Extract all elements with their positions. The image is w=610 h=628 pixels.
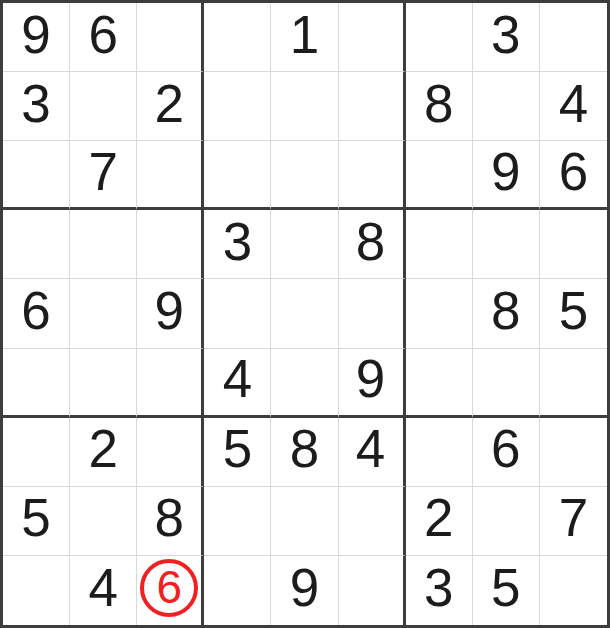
given-digit: 6 [88, 8, 117, 61]
given-digit: 5 [223, 422, 252, 475]
cell-r3c6[interactable] [339, 141, 406, 210]
given-digit: 1 [290, 8, 319, 61]
cell-r1c3[interactable] [137, 3, 204, 72]
given-digit: 9 [21, 8, 50, 61]
cell-r3c1[interactable] [3, 141, 70, 210]
given-digit: 5 [559, 284, 588, 337]
cell-r8c3[interactable]: 8 [137, 487, 204, 556]
given-digit: 3 [424, 561, 453, 614]
cell-r3c5[interactable] [271, 141, 338, 210]
cell-r1c4[interactable] [204, 3, 271, 72]
given-digit: 2 [424, 491, 453, 544]
cell-r8c5[interactable] [271, 487, 338, 556]
cell-r6c1[interactable] [3, 349, 70, 418]
given-digit: 9 [290, 561, 319, 614]
cell-r9c6[interactable] [339, 556, 406, 625]
cell-r8c8[interactable] [473, 487, 540, 556]
highlighted-digit: 6 [156, 564, 182, 610]
cell-r6c8[interactable] [473, 349, 540, 418]
cell-r5c5[interactable] [271, 279, 338, 348]
cell-r9c5[interactable]: 9 [271, 556, 338, 625]
cell-r9c1[interactable] [3, 556, 70, 625]
cell-r5c9[interactable]: 5 [540, 279, 607, 348]
given-digit: 6 [559, 145, 588, 198]
cell-r2c5[interactable] [271, 72, 338, 141]
cell-r5c3[interactable]: 9 [137, 279, 204, 348]
cell-r4c2[interactable] [70, 210, 137, 279]
cell-r1c2[interactable]: 6 [70, 3, 137, 72]
given-digit: 7 [88, 145, 117, 198]
cell-r8c7[interactable]: 2 [406, 487, 473, 556]
given-digit: 2 [88, 422, 117, 475]
cell-r1c5[interactable]: 1 [271, 3, 338, 72]
cell-r3c3[interactable] [137, 141, 204, 210]
cell-r6c3[interactable] [137, 349, 204, 418]
given-digit: 8 [155, 491, 184, 544]
cell-r5c1[interactable]: 6 [3, 279, 70, 348]
cell-r5c7[interactable] [406, 279, 473, 348]
cell-r6c2[interactable] [70, 349, 137, 418]
cell-r1c6[interactable] [339, 3, 406, 72]
cell-r3c2[interactable]: 7 [70, 141, 137, 210]
given-digit: 3 [491, 8, 520, 61]
cell-r8c4[interactable] [204, 487, 271, 556]
given-digit: 4 [88, 561, 117, 614]
cell-r3c7[interactable] [406, 141, 473, 210]
cell-r6c5[interactable] [271, 349, 338, 418]
cell-r7c8[interactable]: 6 [473, 418, 540, 487]
cell-r1c1[interactable]: 9 [3, 3, 70, 72]
given-digit: 9 [491, 145, 520, 198]
cell-r3c4[interactable] [204, 141, 271, 210]
given-digit: 2 [155, 77, 184, 130]
given-digit: 8 [356, 215, 385, 268]
cell-r7c1[interactable] [3, 418, 70, 487]
cell-r3c9[interactable]: 6 [540, 141, 607, 210]
given-digit: 9 [356, 352, 385, 405]
cell-r7c2[interactable]: 2 [70, 418, 137, 487]
cell-r8c2[interactable] [70, 487, 137, 556]
cell-r6c9[interactable] [540, 349, 607, 418]
cell-r2c7[interactable]: 8 [406, 72, 473, 141]
given-digit: 6 [491, 422, 520, 475]
cell-r6c4[interactable]: 4 [204, 349, 271, 418]
cell-r4c7[interactable] [406, 210, 473, 279]
given-digit: 4 [223, 352, 252, 405]
cell-r1c7[interactable] [406, 3, 473, 72]
highlight-circle: 6 [140, 559, 198, 617]
cell-r2c1[interactable]: 3 [3, 72, 70, 141]
cell-r7c4[interactable]: 5 [204, 418, 271, 487]
cell-r8c6[interactable] [339, 487, 406, 556]
cell-r9c3[interactable]: 6 [137, 556, 204, 625]
given-digit: 4 [356, 422, 385, 475]
cell-r4c6[interactable]: 8 [339, 210, 406, 279]
cell-r7c5[interactable]: 8 [271, 418, 338, 487]
cell-r6c7[interactable] [406, 349, 473, 418]
cell-r6c6[interactable]: 9 [339, 349, 406, 418]
cell-r1c8[interactable]: 3 [473, 3, 540, 72]
cell-r9c8[interactable]: 5 [473, 556, 540, 625]
cell-r2c3[interactable]: 2 [137, 72, 204, 141]
given-digit: 4 [559, 77, 588, 130]
given-digit: 8 [491, 284, 520, 337]
cell-r9c7[interactable]: 3 [406, 556, 473, 625]
cell-r7c6[interactable]: 4 [339, 418, 406, 487]
cell-r9c2[interactable]: 4 [70, 556, 137, 625]
cell-r9c9[interactable] [540, 556, 607, 625]
cell-r1c9[interactable] [540, 3, 607, 72]
cell-r4c9[interactable] [540, 210, 607, 279]
given-digit: 8 [290, 422, 319, 475]
cell-r2c2[interactable] [70, 72, 137, 141]
given-digit: 5 [21, 491, 50, 544]
given-digit: 6 [21, 284, 50, 337]
cell-r2c8[interactable] [473, 72, 540, 141]
cell-r4c4[interactable]: 3 [204, 210, 271, 279]
cell-r9c4[interactable] [204, 556, 271, 625]
sudoku-board: 961332847963869854925846582746935 [0, 0, 610, 628]
cell-r4c5[interactable] [271, 210, 338, 279]
cell-r2c6[interactable] [339, 72, 406, 141]
cell-r4c1[interactable] [3, 210, 70, 279]
cell-r7c7[interactable] [406, 418, 473, 487]
cell-r7c3[interactable] [137, 418, 204, 487]
cell-r3c8[interactable]: 9 [473, 141, 540, 210]
cell-r4c8[interactable] [473, 210, 540, 279]
given-digit: 5 [491, 561, 520, 614]
cell-r8c9[interactable]: 7 [540, 487, 607, 556]
cell-r2c4[interactable] [204, 72, 271, 141]
cell-r5c8[interactable]: 8 [473, 279, 540, 348]
given-digit: 8 [424, 77, 453, 130]
cell-r8c1[interactable]: 5 [3, 487, 70, 556]
cell-r5c4[interactable] [204, 279, 271, 348]
cell-r2c9[interactable]: 4 [540, 72, 607, 141]
given-digit: 3 [223, 215, 252, 268]
given-digit: 3 [21, 77, 50, 130]
given-digit: 7 [559, 491, 588, 544]
given-digit: 9 [155, 284, 184, 337]
cell-r4c3[interactable] [137, 210, 204, 279]
cell-r5c2[interactable] [70, 279, 137, 348]
cell-r5c6[interactable] [339, 279, 406, 348]
cell-r7c9[interactable] [540, 418, 607, 487]
